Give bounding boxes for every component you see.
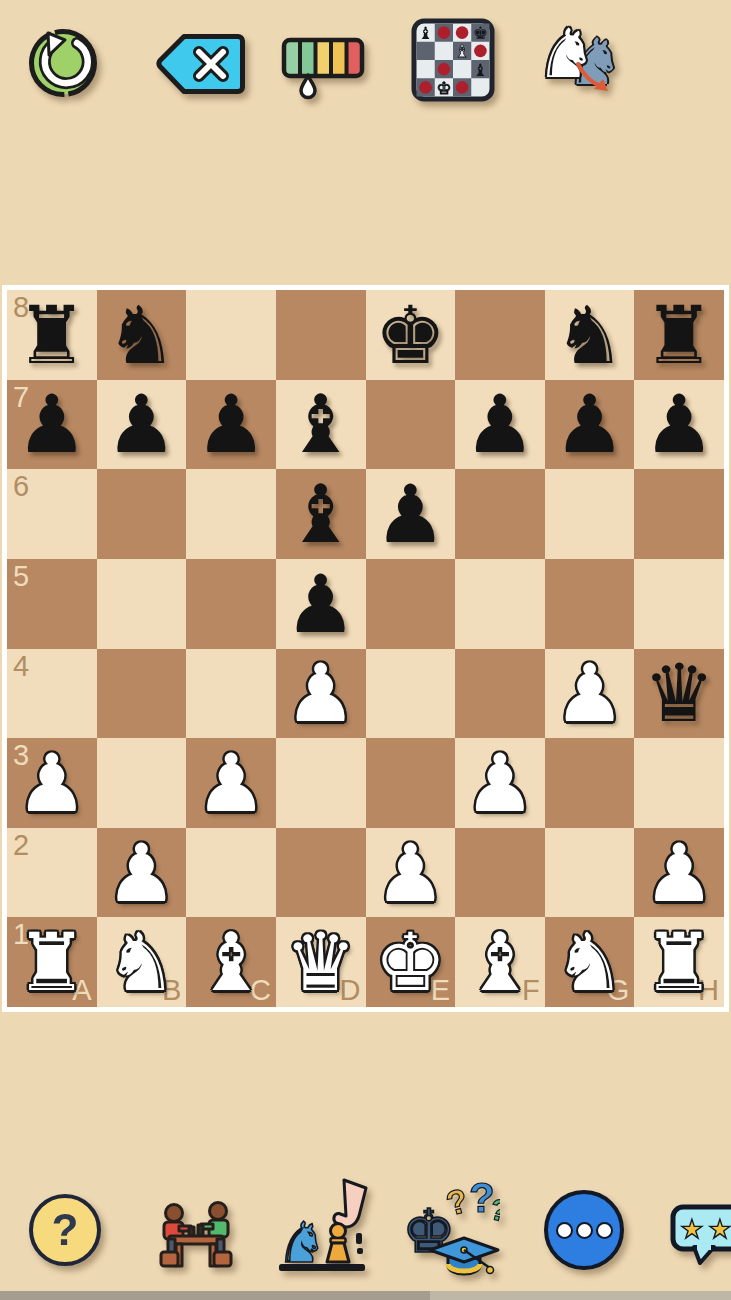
question-mark-icon: ?	[52, 1205, 79, 1255]
square-b1[interactable]: B♞	[97, 917, 187, 1007]
svg-text:♚: ♚	[436, 78, 451, 98]
svg-text:★: ★	[708, 1214, 731, 1244]
square-d6[interactable]: ♝	[276, 469, 366, 559]
piece-wp[interactable]: ♟	[455, 738, 545, 828]
system-nav-bar	[0, 1291, 731, 1300]
square-b4[interactable]	[97, 649, 187, 739]
square-a7[interactable]: 7♟	[7, 380, 97, 470]
square-e6[interactable]: ♟	[366, 469, 456, 559]
hand-placing-piece-icon: ♞	[276, 1176, 368, 1276]
square-d5[interactable]: ♟	[276, 559, 366, 649]
square-g8[interactable]: ♞	[545, 290, 635, 380]
square-a6[interactable]: 6	[7, 469, 97, 559]
mini-chessboard-icon: ♝ ♚ ♝ ♝ ♚	[411, 18, 495, 102]
piece-wp[interactable]: ♟	[366, 828, 456, 918]
piece-br[interactable]: ♜	[7, 290, 97, 380]
square-g7[interactable]: ♟	[545, 380, 635, 470]
square-e2[interactable]: ♟	[366, 828, 456, 918]
king-graduation-cap-icon: ♚ ? ? ?	[402, 1176, 500, 1278]
system-nav-bar-segment	[0, 1291, 430, 1300]
piece-wp[interactable]: ♟	[7, 738, 97, 828]
square-d1[interactable]: D♛	[276, 917, 366, 1007]
square-f6[interactable]	[455, 469, 545, 559]
square-a4[interactable]: 4	[7, 649, 97, 739]
square-d7[interactable]: ♝	[276, 380, 366, 470]
square-e8[interactable]: ♚	[366, 290, 456, 380]
more-options-button[interactable]	[544, 1190, 624, 1270]
square-e7[interactable]	[366, 380, 456, 470]
piece-bb[interactable]: ♝	[276, 380, 366, 470]
dot-icon	[598, 1224, 611, 1237]
square-g1[interactable]: G♞	[545, 917, 635, 1007]
undo-backspace-icon	[154, 32, 246, 96]
learn-button[interactable]: ♚ ? ? ?	[402, 1176, 500, 1278]
square-e3[interactable]	[366, 738, 456, 828]
two-player-button[interactable]	[149, 1190, 243, 1276]
square-f2[interactable]	[455, 828, 545, 918]
piece-wp[interactable]: ♟	[186, 738, 276, 828]
stars-speech-bubble-icon: ★★★	[670, 1202, 731, 1268]
square-e1[interactable]: E♚	[366, 917, 456, 1007]
rank-label: 6	[13, 472, 29, 501]
piece-bk[interactable]: ♚	[366, 290, 456, 380]
piece-bp[interactable]: ♟	[97, 380, 187, 470]
undo-button[interactable]	[154, 32, 246, 96]
piece-wb[interactable]: ♝	[186, 917, 276, 1007]
piece-wp[interactable]: ♟	[634, 828, 724, 918]
square-f8[interactable]	[455, 290, 545, 380]
square-b2[interactable]: ♟	[97, 828, 187, 918]
square-a5[interactable]: 5	[7, 559, 97, 649]
square-g3[interactable]	[545, 738, 635, 828]
square-a8[interactable]: 8♜	[7, 290, 97, 380]
piece-bn[interactable]: ♞	[545, 290, 635, 380]
rank-label: 2	[13, 831, 29, 860]
piece-wk[interactable]: ♚	[366, 917, 456, 1007]
square-h8[interactable]: ♜	[634, 290, 724, 380]
piece-wn[interactable]: ♞	[545, 917, 635, 1007]
square-g4[interactable]: ♟	[545, 649, 635, 739]
square-a1[interactable]: 1A♜	[7, 917, 97, 1007]
square-h3[interactable]	[634, 738, 724, 828]
svg-text:♝: ♝	[473, 60, 488, 80]
square-c6[interactable]	[186, 469, 276, 559]
square-b6[interactable]	[97, 469, 187, 559]
svg-text:♚: ♚	[473, 23, 488, 43]
square-d2[interactable]	[276, 828, 366, 918]
square-g6[interactable]	[545, 469, 635, 559]
restart-icon	[26, 26, 100, 100]
square-d4[interactable]: ♟	[276, 649, 366, 739]
piece-bp[interactable]: ♟	[186, 380, 276, 470]
square-f1[interactable]: F♝	[455, 917, 545, 1007]
square-c3[interactable]: ♟	[186, 738, 276, 828]
square-h5[interactable]	[634, 559, 724, 649]
square-f4[interactable]	[455, 649, 545, 739]
piece-wr[interactable]: ♜	[7, 917, 97, 1007]
piece-wp[interactable]: ♟	[276, 649, 366, 739]
puzzle-board-button[interactable]: ♝ ♚ ♝ ♝ ♚	[411, 18, 495, 102]
svg-text:♝: ♝	[418, 23, 433, 43]
square-h4[interactable]: ♛	[634, 649, 724, 739]
piece-wq[interactable]: ♛	[276, 917, 366, 1007]
square-h7[interactable]: ♟	[634, 380, 724, 470]
square-f7[interactable]: ♟	[455, 380, 545, 470]
square-e4[interactable]	[366, 649, 456, 739]
dot-icon	[558, 1224, 571, 1237]
piece-wp[interactable]: ♟	[545, 649, 635, 739]
piece-br[interactable]: ♜	[634, 290, 724, 380]
svg-text:♝: ♝	[454, 41, 469, 61]
square-f5[interactable]	[455, 559, 545, 649]
square-h1[interactable]: H♜	[634, 917, 724, 1007]
square-a3[interactable]: 3♟	[7, 738, 97, 828]
square-d3[interactable]	[276, 738, 366, 828]
piece-bp[interactable]: ♟	[366, 469, 456, 559]
piece-bp[interactable]: ♟	[455, 380, 545, 470]
piece-wb[interactable]: ♝	[455, 917, 545, 1007]
rank-label: 4	[13, 652, 29, 681]
square-d8[interactable]	[276, 290, 366, 380]
square-f3[interactable]: ♟	[455, 738, 545, 828]
piece-bq[interactable]: ♛	[634, 649, 724, 739]
square-b5[interactable]	[97, 559, 187, 649]
square-b3[interactable]	[97, 738, 187, 828]
dot-icon	[578, 1224, 591, 1237]
square-c2[interactable]	[186, 828, 276, 918]
square-c7[interactable]: ♟	[186, 380, 276, 470]
rank-label: 5	[13, 562, 29, 591]
square-h2[interactable]: ♟	[634, 828, 724, 918]
piece-bn[interactable]: ♞	[97, 290, 187, 380]
drop-shape	[301, 76, 315, 98]
square-a2[interactable]: 2	[7, 828, 97, 918]
piece-bb[interactable]: ♝	[276, 469, 366, 559]
square-g2[interactable]	[545, 828, 635, 918]
piece-bp[interactable]: ♟	[276, 559, 366, 649]
piece-bp[interactable]: ♟	[634, 380, 724, 470]
piece-bp[interactable]: ♟	[545, 380, 635, 470]
square-e5[interactable]	[366, 559, 456, 649]
square-b8[interactable]: ♞	[97, 290, 187, 380]
svg-text:★: ★	[680, 1214, 703, 1244]
piece-wr[interactable]: ♜	[634, 917, 724, 1007]
gauge-icon	[281, 34, 365, 102]
piece-setup-button[interactable]: ♞	[276, 1176, 368, 1276]
piece-wn[interactable]: ♞	[97, 917, 187, 1007]
rate-button[interactable]: ★★★	[670, 1202, 731, 1268]
square-h6[interactable]	[634, 469, 724, 559]
square-c8[interactable]	[186, 290, 276, 380]
evaluation-gauge-button[interactable]	[281, 34, 365, 102]
red-arrow	[572, 62, 612, 96]
square-b7[interactable]: ♟	[97, 380, 187, 470]
square-c4[interactable]	[186, 649, 276, 739]
piece-wp[interactable]: ♟	[97, 828, 187, 918]
piece-bp[interactable]: ♟	[7, 380, 97, 470]
hint-button[interactable]: ?	[29, 1194, 101, 1266]
app-screen: ♝ ♚ ♝ ♝ ♚ ♞ ♞ 8♜♞♚♞♜7♟♟♟♝♟♟♟6♝♟5♟4♟♟♛3♟♟…	[0, 0, 731, 1300]
square-c1[interactable]: C♝	[186, 917, 276, 1007]
players-at-table-icon	[149, 1190, 243, 1276]
chess-board[interactable]: 8♜♞♚♞♜7♟♟♟♝♟♟♟6♝♟5♟4♟♟♛3♟♟♟2♟♟♟1A♜B♞C♝D♛…	[2, 285, 729, 1012]
square-c5[interactable]	[186, 559, 276, 649]
square-g5[interactable]	[545, 559, 635, 649]
restart-button[interactable]	[26, 26, 100, 100]
